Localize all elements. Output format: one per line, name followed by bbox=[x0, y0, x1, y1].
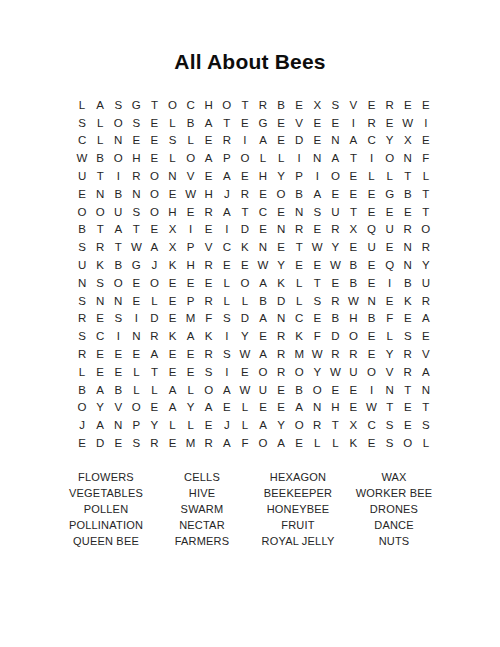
grid-cell: T bbox=[344, 203, 362, 221]
grid-cell: G bbox=[127, 256, 145, 274]
grid-cell: W bbox=[326, 256, 344, 274]
grid-cell: S bbox=[326, 96, 344, 114]
grid-cell: A bbox=[326, 149, 344, 167]
grid-cell: V bbox=[109, 399, 127, 417]
grid-cell: E bbox=[308, 256, 326, 274]
grid-cell: K bbox=[272, 274, 290, 292]
grid-cell: T bbox=[326, 416, 344, 434]
grid-cell: S bbox=[308, 292, 326, 310]
grid-cell: T bbox=[417, 399, 435, 417]
grid-cell: R bbox=[399, 221, 417, 239]
grid-cell: A bbox=[254, 345, 272, 363]
grid-cell: C bbox=[363, 132, 381, 150]
grid-cell: N bbox=[91, 185, 109, 203]
grid-cell: B bbox=[254, 292, 272, 310]
grid-cell: V bbox=[344, 96, 362, 114]
grid-cell: I bbox=[218, 221, 236, 239]
grid-cell: E bbox=[163, 185, 181, 203]
grid-cell: E bbox=[91, 310, 109, 328]
grid-cell: E bbox=[308, 221, 326, 239]
grid-cell: R bbox=[200, 292, 218, 310]
grid-cell: L bbox=[254, 149, 272, 167]
grid-cell: N bbox=[363, 292, 381, 310]
grid-cell: A bbox=[344, 132, 362, 150]
grid-cell: E bbox=[218, 399, 236, 417]
grid-cell: E bbox=[344, 238, 362, 256]
grid-cell: E bbox=[236, 363, 254, 381]
grid-cell: E bbox=[127, 345, 145, 363]
grid-cell: N bbox=[417, 381, 435, 399]
grid-cell: E bbox=[272, 132, 290, 150]
grid-cell: E bbox=[272, 203, 290, 221]
word-list: FLOWERSVEGETABLESPOLLENPOLLINATIONQUEEN … bbox=[58, 469, 442, 549]
grid-cell: A bbox=[163, 381, 181, 399]
grid-cell: X bbox=[163, 238, 181, 256]
grid-cell: H bbox=[163, 203, 181, 221]
grid-cell: U bbox=[417, 274, 435, 292]
grid-cell: T bbox=[145, 363, 163, 381]
grid-cell: W bbox=[236, 345, 254, 363]
grid-cell: P bbox=[218, 149, 236, 167]
grid-cell: E bbox=[326, 381, 344, 399]
grid-cell: R bbox=[272, 363, 290, 381]
grid-cell: O bbox=[145, 167, 163, 185]
grid-cell: X bbox=[163, 221, 181, 239]
grid-cell: R bbox=[200, 345, 218, 363]
grid-cell: O bbox=[326, 167, 344, 185]
grid-cell: B bbox=[272, 96, 290, 114]
grid-cell: I bbox=[218, 363, 236, 381]
grid-cell: E bbox=[236, 256, 254, 274]
grid-cell: E bbox=[200, 132, 218, 150]
grid-cell: E bbox=[326, 274, 344, 292]
grid-cell: R bbox=[308, 416, 326, 434]
grid-cell: D bbox=[326, 327, 344, 345]
grid-cell: W bbox=[344, 292, 362, 310]
grid-cell: W bbox=[236, 381, 254, 399]
grid-cell: L bbox=[163, 114, 181, 132]
grid-cell: N bbox=[290, 203, 308, 221]
grid-cell: E bbox=[272, 238, 290, 256]
grid-cell: A bbox=[254, 132, 272, 150]
grid-cell: L bbox=[381, 167, 399, 185]
grid-cell: A bbox=[91, 416, 109, 434]
grid-cell: W bbox=[308, 238, 326, 256]
grid-cell: Y bbox=[381, 345, 399, 363]
grid-cell: R bbox=[145, 327, 163, 345]
grid-cell: N bbox=[127, 327, 145, 345]
grid-cell: B bbox=[73, 381, 91, 399]
grid-cell: S bbox=[73, 114, 91, 132]
grid-cell: Y bbox=[417, 256, 435, 274]
word-item: HIVE bbox=[189, 485, 215, 501]
grid-cell: F bbox=[200, 310, 218, 328]
grid-cell: D bbox=[145, 310, 163, 328]
word-list-column: CELLSHIVESWARMNECTARFARMERS bbox=[154, 469, 250, 549]
grid-cell: T bbox=[91, 167, 109, 185]
grid-cell: W bbox=[308, 345, 326, 363]
grid-cell: S bbox=[73, 238, 91, 256]
grid-cell: A bbox=[254, 274, 272, 292]
grid-cell: E bbox=[145, 399, 163, 417]
grid-cell: E bbox=[254, 185, 272, 203]
grid-cell: S bbox=[73, 292, 91, 310]
grid-cell: E bbox=[200, 416, 218, 434]
grid-cell: Y bbox=[272, 256, 290, 274]
grid-cell: E bbox=[363, 185, 381, 203]
word-item: WORKER BEE bbox=[356, 485, 433, 501]
grid-cell: I bbox=[109, 167, 127, 185]
grid-cell: O bbox=[145, 203, 163, 221]
grid-cell: O bbox=[272, 185, 290, 203]
grid-cell: R bbox=[127, 167, 145, 185]
grid-cell: P bbox=[127, 416, 145, 434]
grid-cell: X bbox=[399, 132, 417, 150]
grid-cell: U bbox=[73, 167, 91, 185]
grid-cell: E bbox=[363, 434, 381, 452]
grid-cell: J bbox=[145, 256, 163, 274]
grid-cell: E bbox=[127, 132, 145, 150]
grid-cell: O bbox=[236, 274, 254, 292]
grid-cell: L bbox=[127, 381, 145, 399]
grid-cell: L bbox=[145, 381, 163, 399]
grid-cell: T bbox=[109, 238, 127, 256]
grid-cell: L bbox=[236, 292, 254, 310]
grid-cell: E bbox=[308, 132, 326, 150]
grid-cell: W bbox=[363, 399, 381, 417]
grid-cell: A bbox=[218, 434, 236, 452]
grid-cell: L bbox=[73, 363, 91, 381]
grid-cell: O bbox=[182, 149, 200, 167]
grid-cell: N bbox=[127, 185, 145, 203]
grid-cell: C bbox=[290, 310, 308, 328]
grid-cell: A bbox=[290, 399, 308, 417]
grid-cell: A bbox=[182, 327, 200, 345]
grid-cell: C bbox=[254, 203, 272, 221]
grid-cell: O bbox=[254, 363, 272, 381]
grid-cell: Y bbox=[145, 416, 163, 434]
grid-cell: S bbox=[163, 132, 181, 150]
grid-cell: L bbox=[73, 96, 91, 114]
grid-cell: E bbox=[326, 114, 344, 132]
grid-cell: D bbox=[91, 434, 109, 452]
grid-cell: N bbox=[109, 416, 127, 434]
grid-cell: R bbox=[417, 292, 435, 310]
grid-cell: B bbox=[399, 185, 417, 203]
grid-cell: E bbox=[109, 434, 127, 452]
grid-cell: G bbox=[127, 96, 145, 114]
grid-cell: H bbox=[344, 310, 362, 328]
grid-cell: O bbox=[73, 399, 91, 417]
grid-cell: R bbox=[272, 327, 290, 345]
grid-cell: Y bbox=[182, 399, 200, 417]
grid-cell: R bbox=[200, 434, 218, 452]
grid-cell: Y bbox=[308, 363, 326, 381]
grid-cell: A bbox=[145, 345, 163, 363]
grid-cell: X bbox=[344, 416, 362, 434]
grid-cell: L bbox=[182, 132, 200, 150]
grid-cell: N bbox=[254, 238, 272, 256]
grid-cell: G bbox=[254, 114, 272, 132]
grid-cell: E bbox=[200, 274, 218, 292]
grid-cell: A bbox=[417, 363, 435, 381]
grid-cell: Y bbox=[91, 399, 109, 417]
word-item: CELLS bbox=[184, 469, 220, 485]
grid-cell: O bbox=[200, 381, 218, 399]
grid-cell: M bbox=[290, 345, 308, 363]
grid-cell: O bbox=[73, 203, 91, 221]
grid-cell: U bbox=[109, 203, 127, 221]
grid-cell: E bbox=[200, 221, 218, 239]
grid-cell: E bbox=[109, 363, 127, 381]
grid-cell: R bbox=[344, 345, 362, 363]
grid-cell: E bbox=[417, 96, 435, 114]
grid-cell: W bbox=[182, 185, 200, 203]
grid-cell: D bbox=[290, 132, 308, 150]
grid-cell: O bbox=[381, 149, 399, 167]
grid-cell: N bbox=[272, 221, 290, 239]
grid-cell: E bbox=[145, 149, 163, 167]
grid-cell: N bbox=[272, 310, 290, 328]
word-item: FRUIT bbox=[281, 517, 314, 533]
grid-cell: W bbox=[127, 238, 145, 256]
grid-cell: L bbox=[308, 434, 326, 452]
grid-cell: L bbox=[417, 434, 435, 452]
grid-cell: A bbox=[200, 149, 218, 167]
grid-cell: O bbox=[254, 434, 272, 452]
grid-cell: K bbox=[91, 256, 109, 274]
grid-cell: C bbox=[363, 416, 381, 434]
grid-cell: L bbox=[91, 114, 109, 132]
grid-cell: H bbox=[200, 96, 218, 114]
grid-cell: Y bbox=[272, 167, 290, 185]
grid-cell: R bbox=[73, 345, 91, 363]
grid-cell: E bbox=[363, 274, 381, 292]
word-item: NECTAR bbox=[179, 517, 225, 533]
grid-cell: O bbox=[145, 185, 163, 203]
grid-cell: R bbox=[145, 434, 163, 452]
grid-cell: R bbox=[236, 185, 254, 203]
grid-cell: Q bbox=[381, 256, 399, 274]
grid-cell: O bbox=[218, 96, 236, 114]
grid-cell: J bbox=[73, 416, 91, 434]
word-item: POLLINATION bbox=[69, 517, 143, 533]
word-list-column: FLOWERSVEGETABLESPOLLENPOLLINATIONQUEEN … bbox=[58, 469, 154, 549]
grid-cell: A bbox=[145, 238, 163, 256]
grid-cell: E bbox=[163, 310, 181, 328]
grid-cell: T bbox=[344, 149, 362, 167]
grid-cell: E bbox=[163, 345, 181, 363]
grid-cell: E bbox=[344, 381, 362, 399]
grid-cell: B bbox=[109, 185, 127, 203]
grid-cell: O bbox=[109, 274, 127, 292]
grid-cell: E bbox=[163, 363, 181, 381]
grid-cell: E bbox=[381, 114, 399, 132]
grid-cell: V bbox=[417, 345, 435, 363]
grid-cell: R bbox=[200, 203, 218, 221]
grid-cell: O bbox=[417, 221, 435, 239]
word-item: NUTS bbox=[379, 533, 410, 549]
grid-cell: P bbox=[182, 238, 200, 256]
grid-cell: C bbox=[73, 132, 91, 150]
grid-cell: E bbox=[363, 345, 381, 363]
grid-cell: S bbox=[127, 203, 145, 221]
grid-cell: E bbox=[381, 238, 399, 256]
word-item: POLLEN bbox=[84, 501, 129, 517]
grid-cell: I bbox=[417, 114, 435, 132]
grid-cell: L bbox=[145, 292, 163, 310]
word-list-column: WAXWORKER BEEDRONESDANCENUTS bbox=[346, 469, 442, 549]
grid-cell: R bbox=[326, 221, 344, 239]
grid-cell: E bbox=[417, 327, 435, 345]
grid-cell: T bbox=[127, 221, 145, 239]
grid-cell: K bbox=[344, 434, 362, 452]
grid-cell: T bbox=[308, 274, 326, 292]
grid-cell: O bbox=[290, 416, 308, 434]
grid-cell: B bbox=[109, 256, 127, 274]
grid-cell: W bbox=[326, 363, 344, 381]
grid-cell: S bbox=[218, 345, 236, 363]
worksheet-page: All About Bees LASGTOCHOTRBEXSVEREESLOSE… bbox=[0, 0, 500, 647]
grid-cell: E bbox=[127, 292, 145, 310]
grid-cell: E bbox=[218, 256, 236, 274]
grid-cell: O bbox=[236, 149, 254, 167]
grid-cell: E bbox=[73, 185, 91, 203]
grid-cell: L bbox=[236, 416, 254, 434]
grid-cell: E bbox=[363, 327, 381, 345]
grid-cell: D bbox=[236, 221, 254, 239]
grid-cell: S bbox=[200, 363, 218, 381]
grid-cell: N bbox=[326, 132, 344, 150]
grid-cell: U bbox=[254, 381, 272, 399]
grid-cell: E bbox=[200, 167, 218, 185]
grid-cell: O bbox=[163, 96, 181, 114]
grid-cell: T bbox=[290, 238, 308, 256]
grid-cell: F bbox=[308, 327, 326, 345]
grid-cell: E bbox=[399, 416, 417, 434]
grid-cell: E bbox=[399, 96, 417, 114]
grid-cell: B bbox=[73, 221, 91, 239]
grid-cell: E bbox=[290, 256, 308, 274]
grid-cell: J bbox=[218, 185, 236, 203]
grid-cell: B bbox=[326, 310, 344, 328]
grid-cell: H bbox=[254, 167, 272, 185]
grid-cell: V bbox=[200, 238, 218, 256]
grid-cell: Y bbox=[272, 416, 290, 434]
grid-cell: K bbox=[399, 292, 417, 310]
grid-cell: I bbox=[308, 167, 326, 185]
grid-cell: U bbox=[363, 238, 381, 256]
grid-cell: F bbox=[417, 149, 435, 167]
grid-cell: K bbox=[236, 238, 254, 256]
grid-cell: A bbox=[109, 221, 127, 239]
grid-cell: R bbox=[399, 345, 417, 363]
grid-cell: K bbox=[200, 327, 218, 345]
grid-cell: A bbox=[218, 203, 236, 221]
grid-cell: V bbox=[290, 114, 308, 132]
grid-cell: E bbox=[399, 310, 417, 328]
grid-cell: L bbox=[127, 363, 145, 381]
grid-cell: R bbox=[399, 363, 417, 381]
grid-cell: E bbox=[381, 203, 399, 221]
grid-cell: B bbox=[290, 381, 308, 399]
grid-cell: I bbox=[127, 310, 145, 328]
grid-cell: S bbox=[218, 310, 236, 328]
grid-cell: L bbox=[218, 274, 236, 292]
grid-cell: R bbox=[326, 292, 344, 310]
grid-cell: R bbox=[91, 238, 109, 256]
grid-cell: E bbox=[163, 292, 181, 310]
grid-cell: U bbox=[326, 203, 344, 221]
grid-cell: R bbox=[73, 310, 91, 328]
grid-cell: N bbox=[308, 399, 326, 417]
grid-cell: R bbox=[218, 132, 236, 150]
grid-cell: L bbox=[417, 167, 435, 185]
grid-cell: L bbox=[218, 292, 236, 310]
grid-cell: P bbox=[182, 292, 200, 310]
grid-cell: E bbox=[254, 327, 272, 345]
grid-cell: R bbox=[417, 238, 435, 256]
grid-cell: L bbox=[272, 149, 290, 167]
grid-cell: F bbox=[381, 310, 399, 328]
grid-cell: R bbox=[381, 96, 399, 114]
grid-cell: L bbox=[163, 416, 181, 434]
word-search-grid: LASGTOCHOTRBEXSVEREESLOSELBATEGEVEEIREWI… bbox=[73, 96, 435, 452]
grid-cell: O bbox=[399, 434, 417, 452]
grid-cell: D bbox=[236, 310, 254, 328]
grid-cell: H bbox=[127, 149, 145, 167]
grid-cell: F bbox=[236, 434, 254, 452]
grid-cell: I bbox=[290, 149, 308, 167]
grid-cell: L bbox=[182, 416, 200, 434]
grid-cell: S bbox=[127, 434, 145, 452]
grid-cell: Q bbox=[363, 221, 381, 239]
grid-cell: L bbox=[182, 381, 200, 399]
grid-cell: L bbox=[91, 132, 109, 150]
grid-cell: E bbox=[91, 363, 109, 381]
grid-cell: T bbox=[145, 96, 163, 114]
grid-cell: E bbox=[109, 345, 127, 363]
grid-cell: N bbox=[163, 167, 181, 185]
grid-cell: L bbox=[363, 167, 381, 185]
grid-cell: B bbox=[363, 310, 381, 328]
grid-cell: M bbox=[182, 310, 200, 328]
grid-cell: O bbox=[91, 203, 109, 221]
grid-cell: N bbox=[73, 274, 91, 292]
grid-cell: S bbox=[417, 416, 435, 434]
grid-cell: I bbox=[218, 327, 236, 345]
grid-cell: E bbox=[344, 185, 362, 203]
grid-cell: A bbox=[254, 310, 272, 328]
grid-cell: L bbox=[290, 274, 308, 292]
grid-cell: E bbox=[399, 399, 417, 417]
grid-cell: Y bbox=[236, 327, 254, 345]
word-item: DRONES bbox=[370, 501, 418, 517]
grid-cell: B bbox=[399, 274, 417, 292]
grid-cell: T bbox=[381, 399, 399, 417]
grid-cell: O bbox=[308, 381, 326, 399]
grid-cell: W bbox=[254, 256, 272, 274]
grid-cell: I bbox=[109, 327, 127, 345]
grid-cell: O bbox=[127, 399, 145, 417]
grid-cell: C bbox=[182, 96, 200, 114]
grid-cell: E bbox=[308, 114, 326, 132]
grid-cell: S bbox=[381, 434, 399, 452]
grid-cell: E bbox=[91, 345, 109, 363]
grid-cell: E bbox=[254, 399, 272, 417]
word-item: HONEYBEE bbox=[267, 501, 330, 517]
grid-cell: B bbox=[91, 149, 109, 167]
